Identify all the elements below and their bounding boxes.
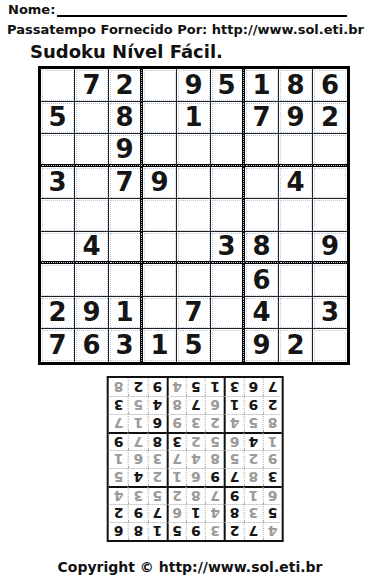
- puzzle-cell-r3c4: [143, 134, 177, 167]
- puzzle-cell-r8c7: 4: [245, 297, 279, 330]
- puzzle-cell-r9c5: 5: [177, 329, 211, 362]
- solution-cell-r6c9: 9: [109, 432, 128, 450]
- solution-cell-r4c3: 7: [224, 468, 243, 486]
- solution-cell-r1c6: 5: [167, 522, 186, 540]
- solution-cell-r5c8: 6: [128, 450, 147, 468]
- puzzle-cell-r1c5: 9: [177, 69, 211, 102]
- solution-cell-r6c3: 6: [224, 432, 243, 450]
- solution-cell-r6c1: 1: [263, 432, 282, 450]
- puzzle-cell-r4c9: [313, 167, 347, 200]
- puzzle-cell-r7c9: [313, 264, 347, 297]
- puzzle-cell-r5c4: [143, 199, 177, 232]
- puzzle-cell-r9c3: 3: [109, 329, 143, 362]
- solution-cell-r4c5: 6: [186, 468, 205, 486]
- solution-cell-r8c3: 1: [224, 396, 243, 414]
- solution-cell-r3c7: 5: [147, 486, 166, 504]
- solution-cell-r6c5: 2: [186, 432, 205, 450]
- solution-cell-r1c9: 6: [109, 522, 128, 540]
- puzzle-cell-r1c4: [143, 69, 177, 102]
- solution-cell-r7c6: 9: [167, 414, 186, 432]
- solution-cell-r9c1: 7: [263, 378, 282, 396]
- solution-cell-r7c2: 5: [243, 414, 262, 432]
- solution-cell-r3c5: 8: [186, 486, 205, 504]
- puzzle-cell-r5c3: [109, 199, 143, 232]
- solution-cell-r4c1: 3: [263, 468, 282, 486]
- puzzle-cell-r7c2: [75, 264, 109, 297]
- puzzle-cell-r3c7: [245, 134, 279, 167]
- name-blank-line: [57, 3, 347, 17]
- puzzle-cell-r6c1: [41, 232, 75, 265]
- puzzle-cell-r1c7: 1: [245, 69, 279, 102]
- solution-cell-r9c9: 8: [109, 378, 128, 396]
- solution-cell-r7c8: 1: [128, 414, 147, 432]
- puzzle-cell-r4c8: 4: [279, 167, 313, 200]
- name-label: Nome:: [8, 2, 55, 17]
- puzzle-cell-r3c5: [177, 134, 211, 167]
- puzzle-cell-r6c2: 4: [75, 232, 109, 265]
- puzzle-cell-r1c8: 8: [279, 69, 313, 102]
- puzzle-cell-r9c7: 9: [245, 329, 279, 362]
- solution-cell-r4c8: 4: [128, 468, 147, 486]
- puzzle-cell-r2c4: [143, 102, 177, 135]
- puzzle-cell-r4c4: 9: [143, 167, 177, 200]
- solution-cell-r2c7: 7: [147, 504, 166, 522]
- solution-cell-r8c8: 5: [128, 396, 147, 414]
- puzzle-cell-r6c7: 8: [245, 232, 279, 265]
- puzzle-cell-r7c8: [279, 264, 313, 297]
- main-sudoku-grid: 729518658179293794438962917437631592: [38, 66, 350, 365]
- puzzle-cell-r4c3: 7: [109, 167, 143, 200]
- solution-cell-r6c7: 8: [147, 432, 166, 450]
- solution-cell-r1c7: 1: [147, 522, 166, 540]
- solution-cell-r5c7: 3: [147, 450, 166, 468]
- solution-cell-r7c3: 4: [224, 414, 243, 432]
- solution-cell-r3c8: 3: [128, 486, 147, 504]
- puzzle-cell-r8c8: [279, 297, 313, 330]
- puzzle-cell-r3c8: [279, 134, 313, 167]
- solution-grid-rotated: 4723951865384167926197825343879612459258…: [107, 376, 284, 542]
- puzzle-cell-r3c1: [41, 134, 75, 167]
- solution-cell-r8c1: 2: [263, 396, 282, 414]
- puzzle-cell-r3c2: [75, 134, 109, 167]
- solution-cell-r5c9: 1: [109, 450, 128, 468]
- solution-cell-r7c1: 8: [263, 414, 282, 432]
- puzzle-cell-r5c7: [245, 199, 279, 232]
- solution-cell-r6c6: 3: [167, 432, 186, 450]
- solution-cell-r5c1: 9: [263, 450, 282, 468]
- puzzle-cell-r2c9: 2: [313, 102, 347, 135]
- solution-cell-r1c2: 7: [243, 522, 262, 540]
- puzzle-cell-r8c6: [211, 297, 245, 330]
- puzzle-cell-r6c3: [109, 232, 143, 265]
- puzzle-cell-r7c6: [211, 264, 245, 297]
- puzzle-cell-r8c3: 1: [109, 297, 143, 330]
- solution-cell-r9c6: 4: [167, 378, 186, 396]
- solution-cell-r4c4: 9: [205, 468, 224, 486]
- puzzle-cell-r7c5: [177, 264, 211, 297]
- puzzle-cell-r9c4: 1: [143, 329, 177, 362]
- puzzle-cell-r4c1: 3: [41, 167, 75, 200]
- solution-cell-r8c4: 6: [205, 396, 224, 414]
- solution-cell-r3c6: 2: [167, 486, 186, 504]
- puzzle-cell-r7c7: 6: [245, 264, 279, 297]
- puzzle-cell-r2c8: 9: [279, 102, 313, 135]
- solution-cell-r4c9: 5: [109, 468, 128, 486]
- puzzle-cell-r4c7: [245, 167, 279, 200]
- puzzle-cell-r1c6: 5: [211, 69, 245, 102]
- puzzle-cell-r2c6: [211, 102, 245, 135]
- solution-cell-r8c9: 3: [109, 396, 128, 414]
- solution-cell-r2c9: 2: [109, 504, 128, 522]
- puzzle-cell-r5c2: [75, 199, 109, 232]
- puzzle-cell-r6c6: 3: [211, 232, 245, 265]
- solution-cell-r9c7: 9: [147, 378, 166, 396]
- puzzle-cell-r8c2: 9: [75, 297, 109, 330]
- solution-cell-r6c2: 4: [243, 432, 262, 450]
- copyright-text: Copyright © http://www.sol.eti.br: [0, 559, 380, 575]
- solution-cell-r5c4: 8: [205, 450, 224, 468]
- solution-cell-r4c6: 1: [167, 468, 186, 486]
- puzzle-cell-r8c9: 3: [313, 297, 347, 330]
- puzzle-cell-r8c4: [143, 297, 177, 330]
- puzzle-cell-r9c2: 6: [75, 329, 109, 362]
- puzzle-cell-r6c5: [177, 232, 211, 265]
- solution-cell-r7c5: 3: [186, 414, 205, 432]
- solution-cell-r6c4: 5: [205, 432, 224, 450]
- puzzle-cell-r7c1: [41, 264, 75, 297]
- puzzle-cell-r3c3: 9: [109, 134, 143, 167]
- puzzle-cell-r2c3: 8: [109, 102, 143, 135]
- puzzle-cell-r3c6: [211, 134, 245, 167]
- puzzle-cell-r4c5: [177, 167, 211, 200]
- solution-cell-r5c6: 7: [167, 450, 186, 468]
- solution-cell-r4c2: 8: [243, 468, 262, 486]
- solution-cell-r2c8: 9: [128, 504, 147, 522]
- solution-cell-r5c3: 5: [224, 450, 243, 468]
- solution-cell-r2c3: 8: [224, 504, 243, 522]
- solution-cell-r1c8: 8: [128, 522, 147, 540]
- puzzle-cell-r5c6: [211, 199, 245, 232]
- puzzle-cell-r4c2: [75, 167, 109, 200]
- puzzle-cell-r2c5: 1: [177, 102, 211, 135]
- puzzle-cell-r2c7: 7: [245, 102, 279, 135]
- solution-cell-r8c2: 9: [243, 396, 262, 414]
- puzzle-cell-r7c3: [109, 264, 143, 297]
- solution-cell-r3c4: 7: [205, 486, 224, 504]
- sudoku-print-page: Nome: Passatempo Fornecido Por: http://w…: [0, 0, 380, 585]
- solution-cell-r5c2: 2: [243, 450, 262, 468]
- page-title: Sudoku Nível Fácil.: [30, 41, 223, 62]
- solution-cell-r8c5: 7: [186, 396, 205, 414]
- solution-cell-r9c4: 1: [205, 378, 224, 396]
- puzzle-cell-r7c4: [143, 264, 177, 297]
- name-row: Nome:: [8, 2, 347, 17]
- puzzle-cell-r5c1: [41, 199, 75, 232]
- provided-by-text: Passatempo Fornecido Por: http://www.sol…: [7, 22, 377, 37]
- puzzle-cell-r9c6: [211, 329, 245, 362]
- puzzle-cell-r3c9: [313, 134, 347, 167]
- solution-cell-r3c2: 1: [243, 486, 262, 504]
- puzzle-cell-r2c2: [75, 102, 109, 135]
- solution-cell-r2c2: 3: [243, 504, 262, 522]
- solution-cell-r7c9: 7: [109, 414, 128, 432]
- puzzle-cell-r4c6: [211, 167, 245, 200]
- solution-cell-r9c3: 3: [224, 378, 243, 396]
- puzzle-cell-r5c8: [279, 199, 313, 232]
- puzzle-cell-r1c1: [41, 69, 75, 102]
- solution-cell-r9c2: 6: [243, 378, 262, 396]
- puzzle-cell-r9c8: 2: [279, 329, 313, 362]
- solution-cell-r1c3: 2: [224, 522, 243, 540]
- solution-cell-r1c1: 4: [263, 522, 282, 540]
- solution-cell-r7c7: 6: [147, 414, 166, 432]
- puzzle-cell-r1c3: 2: [109, 69, 143, 102]
- solution-cell-r1c4: 3: [205, 522, 224, 540]
- solution-cell-r3c3: 9: [224, 486, 243, 504]
- puzzle-cell-r5c5: [177, 199, 211, 232]
- solution-cell-r5c5: 4: [186, 450, 205, 468]
- puzzle-cell-r8c5: 7: [177, 297, 211, 330]
- solution-cell-r4c7: 2: [147, 468, 166, 486]
- puzzle-cell-r9c1: 7: [41, 329, 75, 362]
- puzzle-cell-r2c1: 5: [41, 102, 75, 135]
- puzzle-cell-r6c4: [143, 232, 177, 265]
- puzzle-cell-r1c2: 7: [75, 69, 109, 102]
- solution-cell-r2c1: 5: [263, 504, 282, 522]
- solution-cell-r3c9: 4: [109, 486, 128, 504]
- puzzle-cell-r9c9: [313, 329, 347, 362]
- solution-cell-r8c6: 8: [167, 396, 186, 414]
- solution-cell-r2c5: 1: [186, 504, 205, 522]
- puzzle-cell-r5c9: [313, 199, 347, 232]
- solution-cell-r6c8: 7: [128, 432, 147, 450]
- solution-cell-r3c1: 6: [263, 486, 282, 504]
- solution-cell-r2c6: 6: [167, 504, 186, 522]
- puzzle-cell-r8c1: 2: [41, 297, 75, 330]
- puzzle-cell-r6c8: [279, 232, 313, 265]
- puzzle-cell-r1c9: 6: [313, 69, 347, 102]
- puzzle-cell-r6c9: 9: [313, 232, 347, 265]
- solution-cell-r1c5: 9: [186, 522, 205, 540]
- solution-cell-r9c8: 2: [128, 378, 147, 396]
- solution-cell-r9c5: 5: [186, 378, 205, 396]
- solution-cell-r7c4: 2: [205, 414, 224, 432]
- solution-cell-r8c7: 4: [147, 396, 166, 414]
- solution-cell-r2c4: 4: [205, 504, 224, 522]
